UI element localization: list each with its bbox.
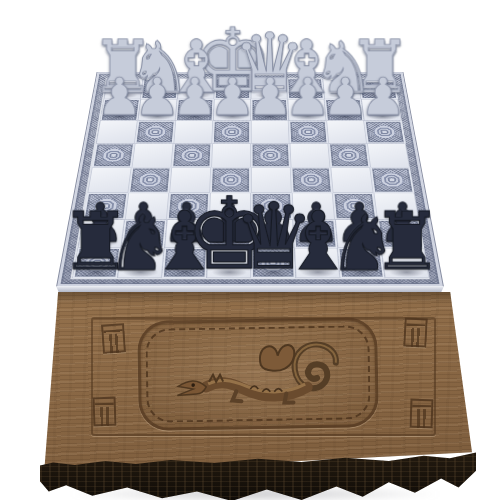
square-g4[interactable]: [132, 143, 174, 167]
board-grid: ♜♞♝♚♛♝♞♜♟♟♟♟♟♟♟♟♟♟♟♟♟♟♟♟♜♞♝♚♛♝♞♜: [73, 79, 428, 278]
square-b4[interactable]: [328, 143, 370, 167]
square-f3[interactable]: [173, 121, 213, 144]
square-c3[interactable]: [289, 121, 329, 144]
square-b8[interactable]: ♞: [338, 248, 385, 278]
square-c4[interactable]: [290, 143, 331, 167]
square-g5[interactable]: [128, 167, 171, 192]
square-a4[interactable]: [367, 143, 410, 167]
square-d3[interactable]: [251, 121, 290, 144]
square-g3[interactable]: [135, 121, 176, 144]
square-a3[interactable]: [364, 121, 406, 144]
piece-black-knight[interactable]: ♞: [105, 210, 174, 276]
piece-black-knight[interactable]: ♞: [328, 210, 397, 276]
knight-glyph-icon: ♞: [105, 210, 174, 276]
square-e2[interactable]: ♟: [213, 99, 251, 121]
square-h4[interactable]: [92, 143, 135, 167]
dragon-cartouche: [137, 317, 379, 431]
square-a2[interactable]: ♟: [361, 99, 402, 121]
square-f4[interactable]: [171, 143, 212, 167]
square-h5[interactable]: [87, 167, 131, 192]
corner-seal-icon: [93, 397, 117, 427]
corner-seal-icon: [101, 323, 126, 354]
square-d4[interactable]: [251, 143, 291, 167]
board-metal-edge: [56, 286, 444, 293]
square-g8[interactable]: ♞: [117, 248, 164, 278]
corner-seal-icon: [410, 399, 434, 429]
square-b2[interactable]: ♟: [324, 99, 364, 121]
dragon-relief-icon: [165, 334, 350, 413]
square-d2[interactable]: ♟: [251, 99, 289, 121]
piece-black-queen[interactable]: ♛: [232, 199, 314, 276]
square-d8[interactable]: ♛: [251, 248, 296, 278]
knight-glyph-icon: ♞: [328, 210, 397, 276]
pawn-glyph-icon: ♟: [359, 75, 406, 119]
chess-set-photo: ♜♞♝♚♛♝♞♜♟♟♟♟♟♟♟♟♟♟♟♟♟♟♟♟♜♞♝♚♛♝♞♜: [0, 0, 500, 500]
queen-glyph-icon: ♛: [232, 199, 314, 276]
square-b5[interactable]: [330, 167, 373, 192]
square-h3[interactable]: [96, 121, 138, 144]
square-e4[interactable]: [211, 143, 251, 167]
piece-white-pawn[interactable]: ♟: [359, 75, 406, 119]
wooden-box: [44, 292, 472, 474]
chess-board: ♜♞♝♚♛♝♞♜♟♟♟♟♟♟♟♟♟♟♟♟♟♟♟♟♜♞♝♚♛♝♞♜: [56, 72, 444, 287]
square-e3[interactable]: [212, 121, 251, 144]
square-a5[interactable]: [370, 167, 414, 192]
corner-seal-icon: [403, 317, 427, 347]
square-b3[interactable]: [326, 121, 367, 144]
square-c2[interactable]: ♟: [288, 99, 327, 121]
